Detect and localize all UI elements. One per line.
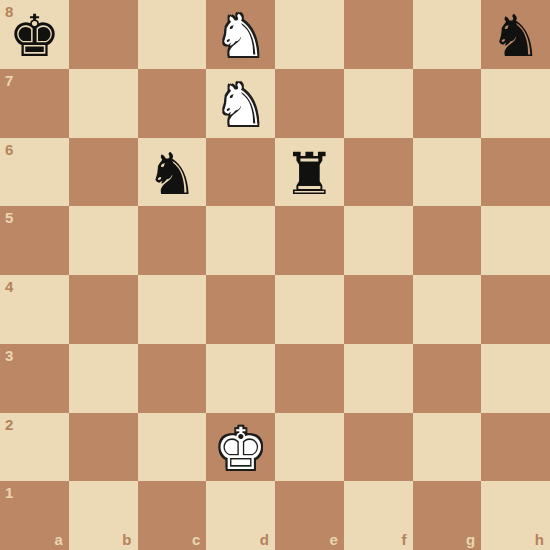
square-a8[interactable]: 8♚ <box>0 0 69 69</box>
black-knight-c6[interactable]: ♞ <box>146 145 198 203</box>
square-c6[interactable]: ♞ <box>138 138 207 207</box>
square-e4[interactable] <box>275 275 344 344</box>
file-label-b: b <box>122 532 131 547</box>
square-a4[interactable]: 4 <box>0 275 69 344</box>
rank-label-7: 7 <box>5 73 13 88</box>
square-b7[interactable] <box>69 69 138 138</box>
square-d8[interactable]: ♞ <box>206 0 275 69</box>
square-h5[interactable] <box>481 206 550 275</box>
square-e6[interactable]: ♜ <box>275 138 344 207</box>
square-h6[interactable] <box>481 138 550 207</box>
white-knight-d8[interactable]: ♞ <box>215 7 267 65</box>
square-a3[interactable]: 3 <box>0 344 69 413</box>
file-label-h: h <box>535 532 544 547</box>
square-a7[interactable]: 7 <box>0 69 69 138</box>
black-rook-e6[interactable]: ♜ <box>283 145 335 203</box>
square-e3[interactable] <box>275 344 344 413</box>
square-f8[interactable] <box>344 0 413 69</box>
square-h7[interactable] <box>481 69 550 138</box>
square-g7[interactable] <box>413 69 482 138</box>
square-g3[interactable] <box>413 344 482 413</box>
square-e1[interactable]: e <box>275 481 344 550</box>
file-label-e: e <box>329 532 337 547</box>
square-c8[interactable] <box>138 0 207 69</box>
rank-label-6: 6 <box>5 142 13 157</box>
square-e8[interactable] <box>275 0 344 69</box>
square-c1[interactable]: c <box>138 481 207 550</box>
rank-label-1: 1 <box>5 485 13 500</box>
square-d3[interactable] <box>206 344 275 413</box>
file-label-g: g <box>466 532 475 547</box>
black-knight-h8[interactable]: ♞ <box>490 7 542 65</box>
square-e7[interactable] <box>275 69 344 138</box>
square-a1[interactable]: 1a <box>0 481 69 550</box>
rank-label-3: 3 <box>5 348 13 363</box>
square-f4[interactable] <box>344 275 413 344</box>
square-b8[interactable] <box>69 0 138 69</box>
square-h8[interactable]: ♞ <box>481 0 550 69</box>
square-g4[interactable] <box>413 275 482 344</box>
square-d4[interactable] <box>206 275 275 344</box>
square-c7[interactable] <box>138 69 207 138</box>
square-h4[interactable] <box>481 275 550 344</box>
file-label-a: a <box>54 532 62 547</box>
file-label-c: c <box>192 532 200 547</box>
square-g1[interactable]: g <box>413 481 482 550</box>
square-e5[interactable] <box>275 206 344 275</box>
square-c4[interactable] <box>138 275 207 344</box>
square-f7[interactable] <box>344 69 413 138</box>
square-h1[interactable]: h <box>481 481 550 550</box>
square-b4[interactable] <box>69 275 138 344</box>
rank-label-4: 4 <box>5 279 13 294</box>
square-g2[interactable] <box>413 413 482 482</box>
square-f1[interactable]: f <box>344 481 413 550</box>
square-b2[interactable] <box>69 413 138 482</box>
square-f3[interactable] <box>344 344 413 413</box>
square-h2[interactable] <box>481 413 550 482</box>
square-c3[interactable] <box>138 344 207 413</box>
square-b5[interactable] <box>69 206 138 275</box>
square-c2[interactable] <box>138 413 207 482</box>
rank-label-5: 5 <box>5 210 13 225</box>
square-f5[interactable] <box>344 206 413 275</box>
square-a2[interactable]: 2 <box>0 413 69 482</box>
square-d2[interactable]: ♚ <box>206 413 275 482</box>
square-d7[interactable]: ♞ <box>206 69 275 138</box>
file-label-f: f <box>402 532 407 547</box>
square-f6[interactable] <box>344 138 413 207</box>
square-b6[interactable] <box>69 138 138 207</box>
square-d5[interactable] <box>206 206 275 275</box>
white-king-d2[interactable]: ♚ <box>215 420 267 478</box>
square-e2[interactable] <box>275 413 344 482</box>
square-a6[interactable]: 6 <box>0 138 69 207</box>
square-g5[interactable] <box>413 206 482 275</box>
square-d6[interactable] <box>206 138 275 207</box>
file-label-d: d <box>260 532 269 547</box>
square-a5[interactable]: 5 <box>0 206 69 275</box>
square-b3[interactable] <box>69 344 138 413</box>
square-h3[interactable] <box>481 344 550 413</box>
square-f2[interactable] <box>344 413 413 482</box>
square-c5[interactable] <box>138 206 207 275</box>
chess-board: 8♚♞♞7♞6♞♜5432♚1abcdefgh <box>0 0 550 550</box>
square-g6[interactable] <box>413 138 482 207</box>
black-king-a8[interactable]: ♚ <box>8 7 60 65</box>
rank-label-2: 2 <box>5 417 13 432</box>
square-g8[interactable] <box>413 0 482 69</box>
white-knight-d7[interactable]: ♞ <box>215 76 267 134</box>
square-d1[interactable]: d <box>206 481 275 550</box>
square-b1[interactable]: b <box>69 481 138 550</box>
